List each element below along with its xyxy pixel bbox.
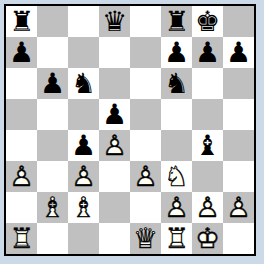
black-queen-piece[interactable]: ♛ — [99, 6, 130, 37]
white-rook-outline-glyph: ♖ — [6, 223, 37, 254]
white-king-piece[interactable]: ♚♔ — [192, 223, 223, 254]
white-queen-piece[interactable]: ♛♕ — [130, 223, 161, 254]
black-rook-glyph: ♜ — [6, 6, 37, 37]
black-knight-glyph: ♞ — [161, 68, 192, 99]
black-pawn-glyph: ♟ — [6, 37, 37, 68]
square-a4[interactable] — [6, 130, 37, 161]
black-pawn-piece[interactable]: ♟ — [6, 37, 37, 68]
black-pawn-piece[interactable]: ♟ — [99, 99, 130, 130]
square-h3[interactable] — [223, 161, 254, 192]
white-bishop-piece[interactable]: ♝♗ — [37, 192, 68, 223]
black-rook-glyph: ♜ — [161, 6, 192, 37]
square-d4[interactable]: ♟♙ — [99, 130, 130, 161]
square-e3[interactable]: ♟♙ — [130, 161, 161, 192]
square-h2[interactable]: ♟♙ — [223, 192, 254, 223]
black-rook-piece[interactable]: ♜ — [161, 6, 192, 37]
square-d3[interactable] — [99, 161, 130, 192]
square-f1[interactable]: ♜♖ — [161, 223, 192, 254]
white-rook-outline-glyph: ♖ — [161, 223, 192, 254]
white-pawn-piece[interactable]: ♟♙ — [223, 192, 254, 223]
black-knight-glyph: ♞ — [68, 68, 99, 99]
square-g8[interactable]: ♚ — [192, 6, 223, 37]
black-pawn-piece[interactable]: ♟ — [68, 130, 99, 161]
square-d2[interactable] — [99, 192, 130, 223]
white-pawn-piece[interactable]: ♟♙ — [161, 192, 192, 223]
black-pawn-glyph: ♟ — [223, 37, 254, 68]
white-rook-piece[interactable]: ♜♖ — [161, 223, 192, 254]
black-pawn-piece[interactable]: ♟ — [192, 37, 223, 68]
square-b4[interactable] — [37, 130, 68, 161]
black-bishop-glyph: ♝ — [192, 130, 223, 161]
black-pawn-piece[interactable]: ♟ — [223, 37, 254, 68]
square-b2[interactable]: ♝♗ — [37, 192, 68, 223]
square-h6[interactable] — [223, 68, 254, 99]
white-pawn-piece[interactable]: ♟♙ — [99, 130, 130, 161]
black-knight-piece[interactable]: ♞ — [68, 68, 99, 99]
white-pawn-piece[interactable]: ♟♙ — [192, 192, 223, 223]
square-a6[interactable] — [6, 68, 37, 99]
black-pawn-glyph: ♟ — [192, 37, 223, 68]
square-f8[interactable]: ♜ — [161, 6, 192, 37]
square-g6[interactable] — [192, 68, 223, 99]
square-a7[interactable]: ♟ — [6, 37, 37, 68]
square-e8[interactable] — [130, 6, 161, 37]
square-f2[interactable]: ♟♙ — [161, 192, 192, 223]
black-bishop-piece[interactable]: ♝ — [192, 130, 223, 161]
square-b8[interactable] — [37, 6, 68, 37]
square-e2[interactable] — [130, 192, 161, 223]
black-king-glyph: ♚ — [192, 6, 223, 37]
square-d8[interactable]: ♛ — [99, 6, 130, 37]
white-pawn-piece[interactable]: ♟♙ — [6, 161, 37, 192]
white-bishop-outline-glyph: ♗ — [68, 192, 99, 223]
chess-board: ♜♛♜♚♟♟♟♟♟♞♞♟♟♟♙♝♟♙♟♙♟♙♞♘♝♗♝♗♟♙♟♙♟♙♜♖♛♕♜♖… — [4, 4, 256, 256]
square-e6[interactable] — [130, 68, 161, 99]
square-b6[interactable]: ♟ — [37, 68, 68, 99]
diagram-background: ♜♛♜♚♟♟♟♟♟♞♞♟♟♟♙♝♟♙♟♙♟♙♞♘♝♗♝♗♟♙♟♙♟♙♜♖♛♕♜♖… — [0, 0, 264, 264]
square-c4[interactable]: ♟ — [68, 130, 99, 161]
black-pawn-glyph: ♟ — [37, 68, 68, 99]
square-b3[interactable] — [37, 161, 68, 192]
black-queen-glyph: ♛ — [99, 6, 130, 37]
square-h5[interactable] — [223, 99, 254, 130]
square-d6[interactable] — [99, 68, 130, 99]
square-g4[interactable]: ♝ — [192, 130, 223, 161]
square-a5[interactable] — [6, 99, 37, 130]
square-f6[interactable]: ♞ — [161, 68, 192, 99]
square-e7[interactable] — [130, 37, 161, 68]
white-pawn-outline-glyph: ♙ — [161, 192, 192, 223]
white-bishop-outline-glyph: ♗ — [37, 192, 68, 223]
white-bishop-piece[interactable]: ♝♗ — [68, 192, 99, 223]
square-b7[interactable] — [37, 37, 68, 68]
black-pawn-glyph: ♟ — [68, 130, 99, 161]
square-a1[interactable]: ♜♖ — [6, 223, 37, 254]
square-f5[interactable] — [161, 99, 192, 130]
square-a3[interactable]: ♟♙ — [6, 161, 37, 192]
black-pawn-glyph: ♟ — [99, 99, 130, 130]
square-c2[interactable]: ♝♗ — [68, 192, 99, 223]
black-pawn-glyph: ♟ — [161, 37, 192, 68]
square-f3[interactable]: ♞♘ — [161, 161, 192, 192]
white-knight-outline-glyph: ♘ — [161, 161, 192, 192]
square-c7[interactable] — [68, 37, 99, 68]
square-e4[interactable] — [130, 130, 161, 161]
square-a8[interactable]: ♜ — [6, 6, 37, 37]
white-pawn-outline-glyph: ♙ — [130, 161, 161, 192]
square-h4[interactable] — [223, 130, 254, 161]
square-h1[interactable] — [223, 223, 254, 254]
square-c3[interactable]: ♟♙ — [68, 161, 99, 192]
black-rook-piece[interactable]: ♜ — [6, 6, 37, 37]
square-c1[interactable] — [68, 223, 99, 254]
white-knight-piece[interactable]: ♞♘ — [161, 161, 192, 192]
square-d1[interactable] — [99, 223, 130, 254]
white-pawn-outline-glyph: ♙ — [223, 192, 254, 223]
square-g1[interactable]: ♚♔ — [192, 223, 223, 254]
square-g2[interactable]: ♟♙ — [192, 192, 223, 223]
white-rook-piece[interactable]: ♜♖ — [6, 223, 37, 254]
white-pawn-piece[interactable]: ♟♙ — [68, 161, 99, 192]
square-b1[interactable] — [37, 223, 68, 254]
square-g7[interactable]: ♟ — [192, 37, 223, 68]
square-d5[interactable]: ♟ — [99, 99, 130, 130]
white-queen-outline-glyph: ♕ — [130, 223, 161, 254]
black-knight-piece[interactable]: ♞ — [161, 68, 192, 99]
black-pawn-piece[interactable]: ♟ — [161, 37, 192, 68]
white-pawn-outline-glyph: ♙ — [6, 161, 37, 192]
square-c6[interactable]: ♞ — [68, 68, 99, 99]
black-king-piece[interactable]: ♚ — [192, 6, 223, 37]
white-pawn-piece[interactable]: ♟♙ — [130, 161, 161, 192]
square-f4[interactable] — [161, 130, 192, 161]
square-h7[interactable]: ♟ — [223, 37, 254, 68]
square-c8[interactable] — [68, 6, 99, 37]
square-a2[interactable] — [6, 192, 37, 223]
square-e5[interactable] — [130, 99, 161, 130]
square-h8[interactable] — [223, 6, 254, 37]
white-pawn-outline-glyph: ♙ — [68, 161, 99, 192]
square-f7[interactable]: ♟ — [161, 37, 192, 68]
square-g3[interactable] — [192, 161, 223, 192]
white-king-outline-glyph: ♔ — [192, 223, 223, 254]
white-pawn-outline-glyph: ♙ — [192, 192, 223, 223]
square-g5[interactable] — [192, 99, 223, 130]
square-b5[interactable] — [37, 99, 68, 130]
square-c5[interactable] — [68, 99, 99, 130]
black-pawn-piece[interactable]: ♟ — [37, 68, 68, 99]
square-d7[interactable] — [99, 37, 130, 68]
square-e1[interactable]: ♛♕ — [130, 223, 161, 254]
white-pawn-outline-glyph: ♙ — [99, 130, 130, 161]
